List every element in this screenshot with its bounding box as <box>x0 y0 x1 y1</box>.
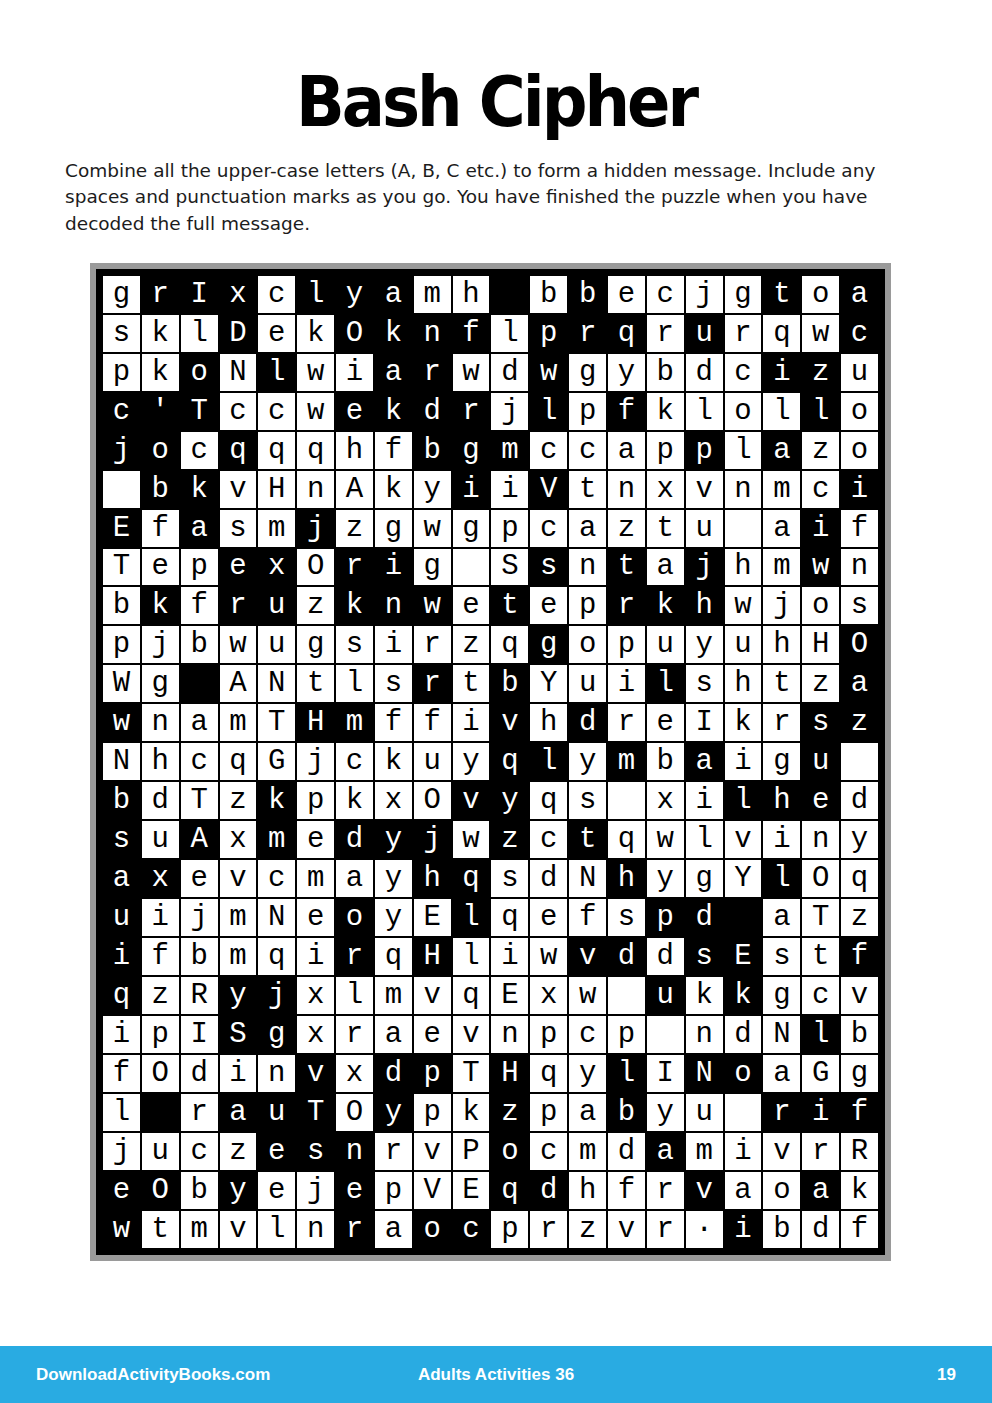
cell-r14-c17: l <box>725 782 762 819</box>
cell-r6-c5: H <box>258 471 295 508</box>
cell-r15-c5: m <box>258 821 295 858</box>
cell-r11-c19: z <box>802 665 839 702</box>
cell-r11-c10: t <box>453 665 490 702</box>
cell-r19-c6: x <box>297 977 334 1014</box>
cell-r7-c16: u <box>686 510 723 547</box>
cell-r3-c14: y <box>608 354 645 391</box>
cell-r24-c16: v <box>686 1172 723 1209</box>
cell-r15-c2: u <box>142 821 179 858</box>
cell-r23-c7: n <box>336 1133 373 1170</box>
cell-r19-c18: g <box>763 977 800 1014</box>
cell-r21-c19: G <box>802 1055 839 1092</box>
cell-r23-c18: v <box>763 1133 800 1170</box>
cell-r10-c9: r <box>414 626 451 663</box>
cell-r15-c18: i <box>763 821 800 858</box>
cell-r25-c5: l <box>258 1211 295 1248</box>
cell-r22-c2-blank <box>142 1094 179 1131</box>
cell-r1-c1: g <box>103 276 140 313</box>
cell-r24-c3: b <box>181 1172 218 1209</box>
cell-r4-c18: l <box>763 393 800 430</box>
cell-r12-c3: a <box>181 704 218 741</box>
cell-r25-c18: b <box>763 1211 800 1248</box>
cell-r16-c8: y <box>375 860 412 897</box>
cell-r21-c16: N <box>686 1055 723 1092</box>
cell-r9-c5: u <box>258 587 295 624</box>
cell-r19-c7: l <box>336 977 373 1014</box>
footer-page-number: 19 <box>937 1365 956 1385</box>
cell-r21-c8: d <box>375 1055 412 1092</box>
cell-r12-c2: n <box>142 704 179 741</box>
cell-r14-c6: p <box>297 782 334 819</box>
cell-r15-c16: l <box>686 821 723 858</box>
cell-r17-c19: T <box>802 899 839 936</box>
cell-r5-c17: l <box>725 432 762 469</box>
cell-r19-c1: q <box>103 977 140 1014</box>
cell-r22-c20: f <box>841 1094 878 1131</box>
cell-r19-c5: j <box>258 977 295 1014</box>
cell-r17-c9: E <box>414 899 451 936</box>
cell-r20-c8: a <box>375 1016 412 1053</box>
cell-r3-c12: w <box>530 354 567 391</box>
cell-r24-c5: e <box>258 1172 295 1209</box>
cell-r2-c10: f <box>453 315 490 352</box>
cell-r16-c7: a <box>336 860 373 897</box>
cell-r9-c19: o <box>802 587 839 624</box>
cell-r6-c17: n <box>725 471 762 508</box>
cell-r6-c3: k <box>181 471 218 508</box>
cell-r10-c8: i <box>375 626 412 663</box>
cell-r4-c9: d <box>414 393 451 430</box>
cell-r6-c8: k <box>375 471 412 508</box>
cell-r18-c5: q <box>258 938 295 975</box>
cell-r6-c6: n <box>297 471 334 508</box>
cell-r9-c6: z <box>297 587 334 624</box>
cell-r13-c11: q <box>491 743 528 780</box>
cell-r4-c3: T <box>181 393 218 430</box>
cell-r11-c2: g <box>142 665 179 702</box>
cell-r19-c20: v <box>841 977 878 1014</box>
cell-r16-c6: m <box>297 860 334 897</box>
cell-r10-c14: p <box>608 626 645 663</box>
cell-r20-c9: e <box>414 1016 451 1053</box>
cell-r19-c2: z <box>142 977 179 1014</box>
cell-r24-c13: h <box>569 1172 606 1209</box>
cell-r7-c13: a <box>569 510 606 547</box>
cell-r1-c2: r <box>142 276 179 313</box>
cell-r1-c12: b <box>530 276 567 313</box>
cell-r14-c10: v <box>453 782 490 819</box>
cell-r11-c15: l <box>647 665 684 702</box>
cell-r6-c10: i <box>453 471 490 508</box>
cell-r19-c9: v <box>414 977 451 1014</box>
cell-r21-c18: a <box>763 1055 800 1092</box>
cell-r24-c7: e <box>336 1172 373 1209</box>
cell-r9-c8: n <box>375 587 412 624</box>
cell-r23-c3: c <box>181 1133 218 1170</box>
cell-r23-c19: r <box>802 1133 839 1170</box>
cell-r16-c11: s <box>491 860 528 897</box>
cell-r11-c20: a <box>841 665 878 702</box>
cell-r9-c15: k <box>647 587 684 624</box>
cell-r22-c19: i <box>802 1094 839 1131</box>
cell-r15-c6: e <box>297 821 334 858</box>
cell-r25-c15: r <box>647 1211 684 1248</box>
cell-r25-c3: m <box>181 1211 218 1248</box>
cell-r1-c3: I <box>181 276 218 313</box>
cell-r5-c18: a <box>763 432 800 469</box>
cell-r18-c10: l <box>453 938 490 975</box>
cell-r23-c11: o <box>491 1133 528 1170</box>
cell-r11-c8: s <box>375 665 412 702</box>
cell-r4-c16: l <box>686 393 723 430</box>
cell-r5-c2: o <box>142 432 179 469</box>
cell-r16-c13: N <box>569 860 606 897</box>
cell-r2-c9: n <box>414 315 451 352</box>
cell-r17-c10: l <box>453 899 490 936</box>
cell-r14-c9: O <box>414 782 451 819</box>
cell-r1-c5: c <box>258 276 295 313</box>
cell-r21-c11: H <box>491 1055 528 1092</box>
cell-r18-c20: f <box>841 938 878 975</box>
cell-r20-c20: b <box>841 1016 878 1053</box>
cell-r15-c19: n <box>802 821 839 858</box>
cell-r5-c15: p <box>647 432 684 469</box>
cell-r14-c12: q <box>530 782 567 819</box>
cell-r7-c18: a <box>763 510 800 547</box>
cell-r7-c10: g <box>453 510 490 547</box>
cell-r22-c14: b <box>608 1094 645 1131</box>
cell-r5-c5: q <box>258 432 295 469</box>
cell-r22-c15: y <box>647 1094 684 1131</box>
cell-r20-c17: d <box>725 1016 762 1053</box>
cell-r16-c9: h <box>414 860 451 897</box>
cell-r18-c16: s <box>686 938 723 975</box>
cell-r4-c10: r <box>453 393 490 430</box>
cell-r25-c17: i <box>725 1211 762 1248</box>
cell-r24-c12: d <box>530 1172 567 1209</box>
cell-r7-c6: j <box>297 510 334 547</box>
cell-r21-c4: i <box>220 1055 257 1092</box>
cell-r13-c4: q <box>220 743 257 780</box>
cell-r12-c16: I <box>686 704 723 741</box>
cell-r4-c6: w <box>297 393 334 430</box>
cell-r8-c2: e <box>142 549 179 586</box>
cell-r3-c16: d <box>686 354 723 391</box>
cell-r2-c5: e <box>258 315 295 352</box>
cell-r22-c8: y <box>375 1094 412 1131</box>
cell-r13-c5: G <box>258 743 295 780</box>
cell-r13-c12: l <box>530 743 567 780</box>
cell-r13-c9: u <box>414 743 451 780</box>
cell-r10-c18: h <box>763 626 800 663</box>
cell-r11-c7: l <box>336 665 373 702</box>
cell-r20-c14: p <box>608 1016 645 1053</box>
cell-r17-c13: f <box>569 899 606 936</box>
cell-r16-c18: l <box>763 860 800 897</box>
cell-r2-c3: l <box>181 315 218 352</box>
cell-r10-c11: q <box>491 626 528 663</box>
cell-r4-c14: f <box>608 393 645 430</box>
cell-r6-c19: c <box>802 471 839 508</box>
cell-r25-c2: t <box>142 1211 179 1248</box>
cell-r22-c6: T <box>297 1094 334 1131</box>
cell-r8-c4: e <box>220 549 257 586</box>
cell-r6-c16: v <box>686 471 723 508</box>
cell-r13-c3: c <box>181 743 218 780</box>
cell-r23-c4: z <box>220 1133 257 1170</box>
cell-r14-c20: d <box>841 782 878 819</box>
cell-r23-c6: s <box>297 1133 334 1170</box>
cell-r16-c2: x <box>142 860 179 897</box>
cell-r10-c19: H <box>802 626 839 663</box>
cell-r20-c6: x <box>297 1016 334 1053</box>
cell-r21-c9: p <box>414 1055 451 1092</box>
cell-r2-c6: k <box>297 315 334 352</box>
cell-r17-c16: d <box>686 899 723 936</box>
cell-r25-c16: · <box>686 1211 723 1248</box>
cell-r2-c4: D <box>220 315 257 352</box>
cell-r12-c7: m <box>336 704 373 741</box>
cell-r1-c15: c <box>647 276 684 313</box>
cell-r5-c4: q <box>220 432 257 469</box>
cell-r19-c12: x <box>530 977 567 1014</box>
cell-r1-c7: y <box>336 276 373 313</box>
cell-r13-c10: y <box>453 743 490 780</box>
cell-r20-c16: n <box>686 1016 723 1053</box>
cell-r25-c19: d <box>802 1211 839 1248</box>
cell-r20-c5: g <box>258 1016 295 1053</box>
cell-r11-c17: h <box>725 665 762 702</box>
cell-r2-c12: p <box>530 315 567 352</box>
cell-r8-c1: T <box>103 549 140 586</box>
cell-r14-c14-blank <box>608 782 645 819</box>
cell-r21-c20: g <box>841 1055 878 1092</box>
cell-r4-c15: k <box>647 393 684 430</box>
cell-r16-c17: Y <box>725 860 762 897</box>
cell-r12-c12: h <box>530 704 567 741</box>
cell-r25-c6: n <box>297 1211 334 1248</box>
cell-r3-c19: z <box>802 354 839 391</box>
cell-r5-c8: f <box>375 432 412 469</box>
cell-r8-c20: n <box>841 549 878 586</box>
cell-r19-c17: k <box>725 977 762 1014</box>
cell-r10-c13: o <box>569 626 606 663</box>
cell-r17-c15: p <box>647 899 684 936</box>
cell-r12-c18: r <box>763 704 800 741</box>
cell-r2-c11: l <box>491 315 528 352</box>
cell-r23-c8: r <box>375 1133 412 1170</box>
cell-r12-c4: m <box>220 704 257 741</box>
cell-r11-c12: Y <box>530 665 567 702</box>
cell-r2-c17: r <box>725 315 762 352</box>
cell-r8-c6: O <box>297 549 334 586</box>
cell-r20-c19: l <box>802 1016 839 1053</box>
cell-r18-c19: t <box>802 938 839 975</box>
cell-r19-c13: w <box>569 977 606 1014</box>
cell-r20-c18: N <box>763 1016 800 1053</box>
cell-r2-c16: u <box>686 315 723 352</box>
cell-r6-c15: x <box>647 471 684 508</box>
cell-r18-c13: v <box>569 938 606 975</box>
cell-r18-c1: i <box>103 938 140 975</box>
cell-r18-c14: d <box>608 938 645 975</box>
cell-r1-c18: t <box>763 276 800 313</box>
cell-r16-c20: q <box>841 860 878 897</box>
cell-r8-c5: x <box>258 549 295 586</box>
cell-r3-c13: g <box>569 354 606 391</box>
cell-r14-c16: i <box>686 782 723 819</box>
cell-r7-c4: s <box>220 510 257 547</box>
cell-r19-c11: E <box>491 977 528 1014</box>
cell-r10-c2: j <box>142 626 179 663</box>
cell-r11-c6: t <box>297 665 334 702</box>
cell-r3-c17: c <box>725 354 762 391</box>
cell-r16-c15: y <box>647 860 684 897</box>
cell-r12-c1: w <box>103 704 140 741</box>
cell-r9-c14: r <box>608 587 645 624</box>
cell-r3-c4: N <box>220 354 257 391</box>
cell-r18-c7: r <box>336 938 373 975</box>
cell-r20-c1: i <box>103 1016 140 1053</box>
cell-r11-c3-blank <box>181 665 218 702</box>
cell-r4-c20: o <box>841 393 878 430</box>
cell-r7-c5: m <box>258 510 295 547</box>
cell-r21-c1: f <box>103 1055 140 1092</box>
cell-r18-c9: H <box>414 938 451 975</box>
cell-r25-c11: p <box>491 1211 528 1248</box>
cell-r4-c17: o <box>725 393 762 430</box>
cell-r8-c16: j <box>686 549 723 586</box>
cell-r12-c11: v <box>491 704 528 741</box>
cell-r1-c11-blank <box>491 276 528 313</box>
cell-r24-c4: y <box>220 1172 257 1209</box>
cell-r6-c4: v <box>220 471 257 508</box>
cell-r17-c14: s <box>608 899 645 936</box>
cell-r9-c13: p <box>569 587 606 624</box>
cell-r19-c3: R <box>181 977 218 1014</box>
cell-r3-c6: w <box>297 354 334 391</box>
cell-r10-c3: b <box>181 626 218 663</box>
cell-r11-c9: r <box>414 665 451 702</box>
cell-r14-c2: d <box>142 782 179 819</box>
cell-r22-c4: a <box>220 1094 257 1131</box>
cell-r13-c8: k <box>375 743 412 780</box>
cell-r5-c12: c <box>530 432 567 469</box>
cell-r8-c9: g <box>414 549 451 586</box>
cell-r12-c10: i <box>453 704 490 741</box>
cell-r20-c3: I <box>181 1016 218 1053</box>
cell-r21-c17: o <box>725 1055 762 1092</box>
cell-r6-c14: n <box>608 471 645 508</box>
cell-r18-c6: i <box>297 938 334 975</box>
cell-r19-c15: u <box>647 977 684 1014</box>
cell-r1-c10: h <box>453 276 490 313</box>
cell-r14-c4: z <box>220 782 257 819</box>
cell-r6-c9: y <box>414 471 451 508</box>
cell-r17-c18: a <box>763 899 800 936</box>
cell-r23-c17: i <box>725 1133 762 1170</box>
cell-r24-c14: f <box>608 1172 645 1209</box>
cell-r8-c13: n <box>569 549 606 586</box>
cell-r13-c2: h <box>142 743 179 780</box>
cell-r3-c7: i <box>336 354 373 391</box>
cell-r17-c12: e <box>530 899 567 936</box>
cell-r2-c20: c <box>841 315 878 352</box>
cell-r18-c11: i <box>491 938 528 975</box>
cell-r22-c9: p <box>414 1094 451 1131</box>
cell-r16-c14: h <box>608 860 645 897</box>
cell-r23-c15: a <box>647 1133 684 1170</box>
cell-r13-c16: a <box>686 743 723 780</box>
cell-r4-c11: j <box>491 393 528 430</box>
cell-r4-c12: l <box>530 393 567 430</box>
cell-r18-c8: q <box>375 938 412 975</box>
cell-r1-c19: o <box>802 276 839 313</box>
cell-r23-c16: m <box>686 1133 723 1170</box>
cell-r25-c13: z <box>569 1211 606 1248</box>
cell-r25-c8: a <box>375 1211 412 1248</box>
cell-r3-c11: d <box>491 354 528 391</box>
cell-r15-c13: t <box>569 821 606 858</box>
cell-r9-c9: w <box>414 587 451 624</box>
cell-r2-c8: k <box>375 315 412 352</box>
cell-r13-c6: j <box>297 743 334 780</box>
cell-r21-c7: x <box>336 1055 373 1092</box>
cell-r16-c5: c <box>258 860 295 897</box>
cell-r23-c9: v <box>414 1133 451 1170</box>
cell-r14-c5: k <box>258 782 295 819</box>
cell-r9-c7: k <box>336 587 373 624</box>
cell-r24-c9: V <box>414 1172 451 1209</box>
cell-r4-c5: c <box>258 393 295 430</box>
cell-r13-c17: i <box>725 743 762 780</box>
cell-r7-c12: c <box>530 510 567 547</box>
cell-r5-c20: o <box>841 432 878 469</box>
cell-r21-c2: O <box>142 1055 179 1092</box>
cell-r14-c1: b <box>103 782 140 819</box>
cell-r6-c12: V <box>530 471 567 508</box>
cell-r9-c16: h <box>686 587 723 624</box>
cell-r23-c13: m <box>569 1133 606 1170</box>
cell-r10-c15: u <box>647 626 684 663</box>
cell-r10-c17: u <box>725 626 762 663</box>
instructions-text: Combine all the upper-case letters (A, B… <box>65 158 927 237</box>
cell-r23-c1: j <box>103 1133 140 1170</box>
cell-r1-c4: x <box>220 276 257 313</box>
cell-r15-c9: j <box>414 821 451 858</box>
cell-r22-c1: l <box>103 1094 140 1131</box>
cell-r11-c18: t <box>763 665 800 702</box>
cell-r3-c1: p <box>103 354 140 391</box>
cell-r8-c14: t <box>608 549 645 586</box>
cell-r17-c6: e <box>297 899 334 936</box>
cell-r18-c2: f <box>142 938 179 975</box>
cell-r25-c9: o <box>414 1211 451 1248</box>
cell-r4-c8: k <box>375 393 412 430</box>
cell-r2-c14: q <box>608 315 645 352</box>
cell-r10-c12: g <box>530 626 567 663</box>
cell-r3-c5: l <box>258 354 295 391</box>
cell-r19-c14-blank <box>608 977 645 1014</box>
cell-r16-c12: d <box>530 860 567 897</box>
cell-r8-c8: i <box>375 549 412 586</box>
cell-r9-c11: t <box>491 587 528 624</box>
cell-r23-c2: u <box>142 1133 179 1170</box>
cell-r16-c4: v <box>220 860 257 897</box>
cell-r22-c11: z <box>491 1094 528 1131</box>
cell-r14-c8: x <box>375 782 412 819</box>
cell-r15-c3: A <box>181 821 218 858</box>
